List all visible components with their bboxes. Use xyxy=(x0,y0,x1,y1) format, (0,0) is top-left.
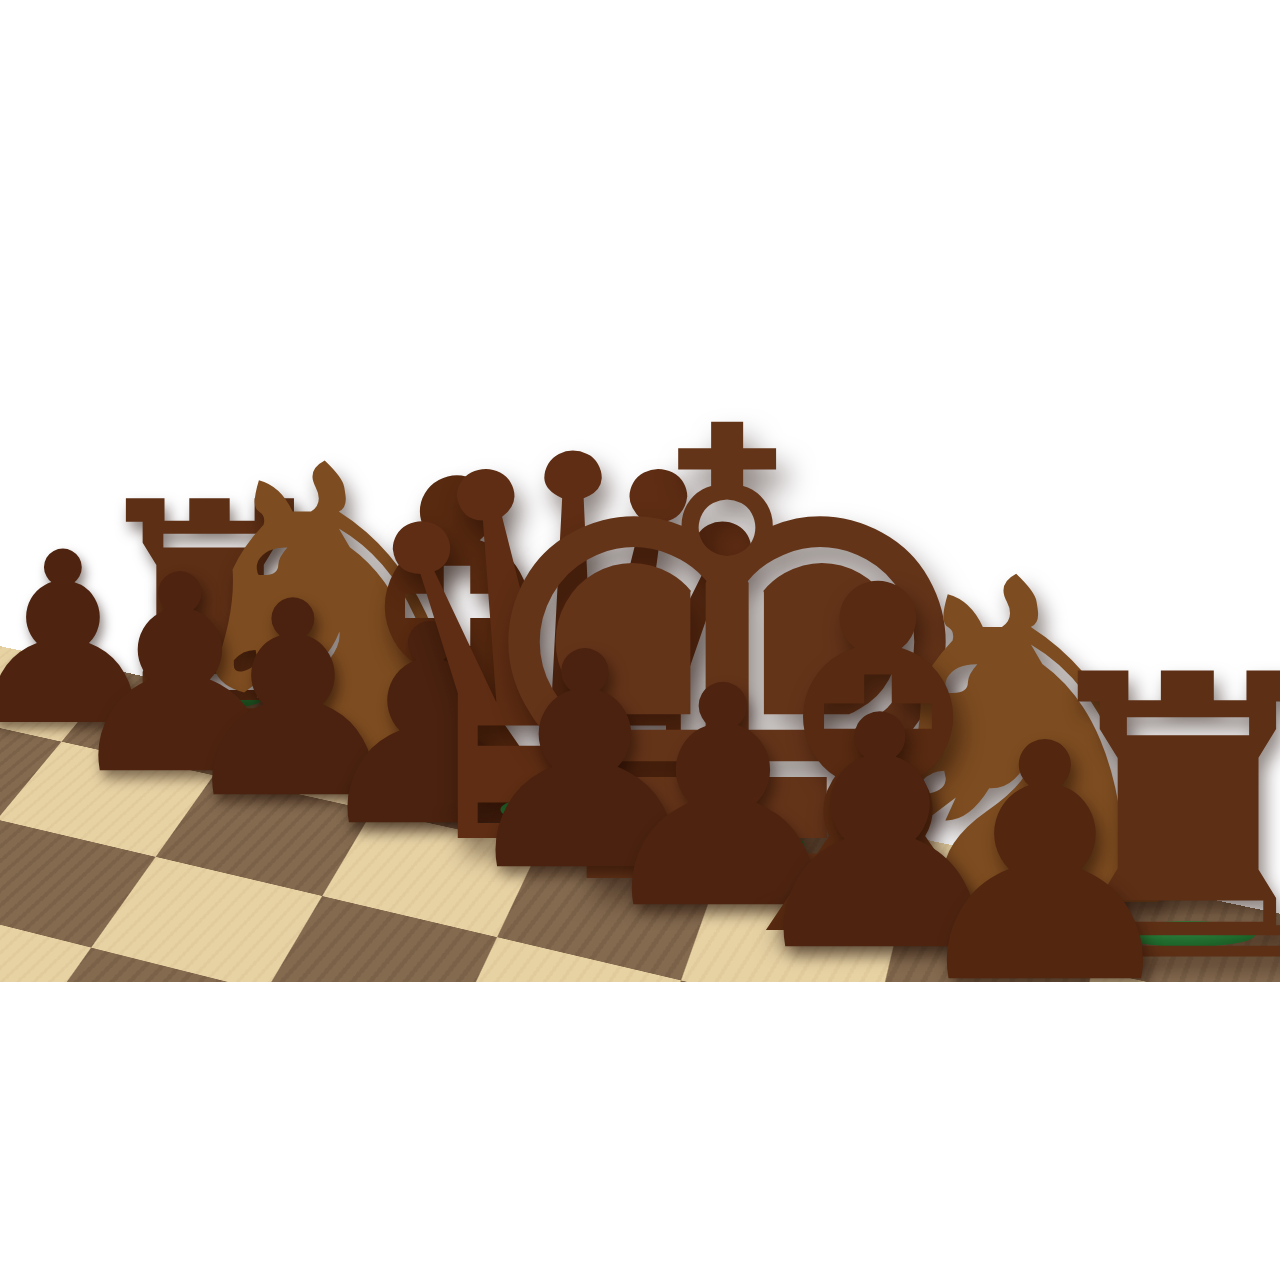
product-photo-scene: ♜♟♞♟♟♝♟♛♚♟♞♟♝♟♜♟ xyxy=(0,0,1280,1280)
white-foreground-band xyxy=(0,982,1280,1280)
piece-pawn[interactable]: ♟ xyxy=(898,701,1192,1029)
